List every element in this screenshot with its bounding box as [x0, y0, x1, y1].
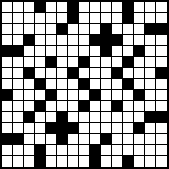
white-cell[interactable]	[68, 134, 79, 145]
white-cell[interactable]	[79, 35, 90, 46]
white-cell[interactable]	[156, 123, 167, 134]
black-square	[13, 46, 24, 57]
white-cell[interactable]	[35, 24, 46, 35]
black-square	[2, 46, 13, 57]
white-cell[interactable]	[13, 90, 24, 101]
white-cell[interactable]	[24, 123, 35, 134]
white-cell[interactable]	[112, 24, 123, 35]
white-cell[interactable]	[90, 101, 101, 112]
white-cell[interactable]	[46, 24, 57, 35]
white-cell[interactable]	[101, 123, 112, 134]
white-cell[interactable]	[79, 2, 90, 13]
black-square	[35, 156, 46, 167]
white-cell[interactable]	[68, 57, 79, 68]
black-square	[46, 123, 57, 134]
white-cell[interactable]	[13, 68, 24, 79]
white-cell[interactable]	[2, 13, 13, 24]
black-square	[68, 123, 79, 134]
white-cell[interactable]	[46, 68, 57, 79]
white-cell[interactable]	[112, 123, 123, 134]
white-cell[interactable]	[2, 79, 13, 90]
white-cell[interactable]	[112, 13, 123, 24]
black-square	[101, 24, 112, 35]
white-cell[interactable]	[2, 24, 13, 35]
white-cell[interactable]	[24, 46, 35, 57]
black-square	[90, 145, 101, 156]
white-cell[interactable]	[112, 134, 123, 145]
white-cell[interactable]	[112, 46, 123, 57]
white-cell[interactable]	[13, 123, 24, 134]
black-square	[79, 101, 90, 112]
white-cell[interactable]	[112, 90, 123, 101]
white-cell[interactable]	[2, 2, 13, 13]
white-cell[interactable]	[101, 156, 112, 167]
white-cell[interactable]	[46, 35, 57, 46]
black-square	[156, 68, 167, 79]
white-cell[interactable]	[35, 68, 46, 79]
white-cell[interactable]	[134, 101, 145, 112]
white-cell[interactable]	[101, 145, 112, 156]
white-cell[interactable]	[145, 134, 156, 145]
white-cell[interactable]	[145, 123, 156, 134]
white-cell[interactable]	[2, 68, 13, 79]
black-square	[134, 90, 145, 101]
white-cell[interactable]	[2, 112, 13, 123]
black-square	[2, 90, 13, 101]
black-square	[13, 134, 24, 145]
white-cell[interactable]	[35, 35, 46, 46]
white-cell[interactable]	[13, 24, 24, 35]
black-square	[101, 35, 112, 46]
white-cell[interactable]	[35, 134, 46, 145]
white-cell[interactable]	[68, 112, 79, 123]
black-square	[156, 112, 167, 123]
white-cell[interactable]	[156, 57, 167, 68]
white-cell[interactable]	[57, 2, 68, 13]
white-cell[interactable]	[156, 134, 167, 145]
white-cell[interactable]	[2, 57, 13, 68]
white-cell[interactable]	[123, 35, 134, 46]
white-cell[interactable]	[145, 35, 156, 46]
white-cell[interactable]	[2, 145, 13, 156]
black-square	[134, 123, 145, 134]
black-square	[35, 2, 46, 13]
white-cell[interactable]	[123, 90, 134, 101]
white-cell[interactable]	[35, 46, 46, 57]
white-cell[interactable]	[57, 101, 68, 112]
black-square	[24, 68, 35, 79]
white-cell[interactable]	[57, 68, 68, 79]
white-cell[interactable]	[134, 134, 145, 145]
white-cell[interactable]	[79, 46, 90, 57]
white-cell[interactable]	[156, 90, 167, 101]
white-cell[interactable]	[134, 68, 145, 79]
white-cell[interactable]	[79, 68, 90, 79]
white-cell[interactable]	[46, 134, 57, 145]
white-cell[interactable]	[24, 79, 35, 90]
white-cell[interactable]	[123, 24, 134, 35]
white-cell[interactable]	[123, 123, 134, 134]
white-cell[interactable]	[68, 79, 79, 90]
white-cell[interactable]	[156, 79, 167, 90]
black-square	[90, 35, 101, 46]
black-square	[57, 134, 68, 145]
white-cell[interactable]	[134, 2, 145, 13]
black-square	[123, 13, 134, 24]
white-cell[interactable]	[13, 2, 24, 13]
white-cell[interactable]	[145, 79, 156, 90]
crossword-grid	[0, 0, 169, 169]
white-cell[interactable]	[68, 35, 79, 46]
white-cell[interactable]	[57, 90, 68, 101]
white-cell[interactable]	[24, 57, 35, 68]
white-cell[interactable]	[90, 24, 101, 35]
white-cell[interactable]	[68, 24, 79, 35]
black-square	[68, 68, 79, 79]
white-cell[interactable]	[101, 112, 112, 123]
white-cell[interactable]	[123, 46, 134, 57]
black-square	[112, 101, 123, 112]
white-cell[interactable]	[13, 156, 24, 167]
white-cell[interactable]	[101, 68, 112, 79]
white-cell[interactable]	[145, 90, 156, 101]
white-cell[interactable]	[24, 2, 35, 13]
white-cell[interactable]	[101, 2, 112, 13]
white-cell[interactable]	[156, 46, 167, 57]
white-cell[interactable]	[156, 101, 167, 112]
white-cell[interactable]	[24, 24, 35, 35]
white-cell[interactable]	[101, 90, 112, 101]
white-cell[interactable]	[156, 2, 167, 13]
white-cell[interactable]	[156, 156, 167, 167]
white-cell[interactable]	[57, 79, 68, 90]
black-square	[112, 35, 123, 46]
white-cell[interactable]	[134, 57, 145, 68]
black-square	[24, 35, 35, 46]
white-cell[interactable]	[123, 112, 134, 123]
black-square	[90, 156, 101, 167]
black-square	[35, 101, 46, 112]
white-cell[interactable]	[112, 156, 123, 167]
white-cell[interactable]	[24, 156, 35, 167]
black-square	[35, 145, 46, 156]
black-square	[123, 57, 134, 68]
white-cell[interactable]	[90, 79, 101, 90]
white-cell[interactable]	[134, 79, 145, 90]
white-cell[interactable]	[57, 13, 68, 24]
black-square	[24, 112, 35, 123]
white-cell[interactable]	[57, 156, 68, 167]
white-cell[interactable]	[24, 90, 35, 101]
white-cell[interactable]	[123, 68, 134, 79]
white-cell[interactable]	[134, 24, 145, 35]
white-cell[interactable]	[46, 145, 57, 156]
black-square	[145, 112, 156, 123]
white-cell[interactable]	[57, 35, 68, 46]
white-cell[interactable]	[79, 24, 90, 35]
white-cell[interactable]	[145, 156, 156, 167]
white-cell[interactable]	[46, 112, 57, 123]
white-cell[interactable]	[112, 79, 123, 90]
white-cell[interactable]	[90, 57, 101, 68]
black-square	[35, 79, 46, 90]
black-square	[57, 123, 68, 134]
white-cell[interactable]	[79, 156, 90, 167]
white-cell[interactable]	[46, 101, 57, 112]
white-cell[interactable]	[145, 46, 156, 57]
black-square	[79, 57, 90, 68]
white-cell[interactable]	[79, 90, 90, 101]
white-cell[interactable]	[2, 35, 13, 46]
white-cell[interactable]	[68, 46, 79, 57]
white-cell[interactable]	[101, 13, 112, 24]
black-square	[134, 46, 145, 57]
white-cell[interactable]	[2, 156, 13, 167]
black-square	[156, 24, 167, 35]
white-cell[interactable]	[2, 123, 13, 134]
black-square	[2, 134, 13, 145]
black-square	[112, 68, 123, 79]
white-cell[interactable]	[24, 145, 35, 156]
white-cell[interactable]	[13, 35, 24, 46]
black-square	[46, 90, 57, 101]
white-cell[interactable]	[112, 57, 123, 68]
white-cell[interactable]	[35, 90, 46, 101]
white-cell[interactable]	[123, 145, 134, 156]
white-cell[interactable]	[79, 145, 90, 156]
white-cell[interactable]	[90, 123, 101, 134]
white-cell[interactable]	[90, 134, 101, 145]
white-cell[interactable]	[90, 46, 101, 57]
black-square	[101, 134, 112, 145]
crossword-page	[0, 0, 169, 169]
white-cell[interactable]	[112, 2, 123, 13]
white-cell[interactable]	[134, 112, 145, 123]
white-cell[interactable]	[90, 2, 101, 13]
white-cell[interactable]	[35, 123, 46, 134]
white-cell[interactable]	[134, 35, 145, 46]
white-cell[interactable]	[13, 101, 24, 112]
white-cell[interactable]	[24, 101, 35, 112]
white-cell[interactable]	[68, 145, 79, 156]
white-cell[interactable]	[145, 145, 156, 156]
white-cell[interactable]	[79, 123, 90, 134]
white-cell[interactable]	[101, 57, 112, 68]
white-cell[interactable]	[2, 101, 13, 112]
white-cell[interactable]	[46, 156, 57, 167]
white-cell[interactable]	[134, 13, 145, 24]
black-square	[68, 13, 79, 24]
white-cell[interactable]	[145, 57, 156, 68]
black-square	[79, 79, 90, 90]
white-cell[interactable]	[46, 2, 57, 13]
white-cell[interactable]	[79, 112, 90, 123]
black-square	[57, 112, 68, 123]
white-cell[interactable]	[145, 68, 156, 79]
black-square	[101, 46, 112, 57]
white-cell[interactable]	[90, 68, 101, 79]
white-cell[interactable]	[13, 13, 24, 24]
white-cell[interactable]	[35, 57, 46, 68]
white-cell[interactable]	[112, 112, 123, 123]
white-cell[interactable]	[145, 101, 156, 112]
white-cell[interactable]	[24, 134, 35, 145]
black-square	[123, 2, 134, 13]
white-cell[interactable]	[46, 79, 57, 90]
white-cell[interactable]	[68, 101, 79, 112]
white-cell[interactable]	[24, 13, 35, 24]
black-square	[46, 57, 57, 68]
black-square	[123, 79, 134, 90]
white-cell[interactable]	[46, 13, 57, 24]
white-cell[interactable]	[112, 145, 123, 156]
white-cell[interactable]	[156, 13, 167, 24]
white-cell[interactable]	[79, 134, 90, 145]
white-cell[interactable]	[145, 13, 156, 24]
white-cell[interactable]	[57, 57, 68, 68]
white-cell[interactable]	[68, 90, 79, 101]
black-square	[57, 24, 68, 35]
white-cell[interactable]	[145, 2, 156, 13]
white-cell[interactable]	[35, 112, 46, 123]
white-cell[interactable]	[156, 145, 167, 156]
white-cell[interactable]	[90, 13, 101, 24]
white-cell[interactable]	[57, 145, 68, 156]
white-cell[interactable]	[101, 79, 112, 90]
white-cell[interactable]	[35, 13, 46, 24]
white-cell[interactable]	[134, 145, 145, 156]
black-square	[90, 90, 101, 101]
white-cell[interactable]	[57, 46, 68, 57]
white-cell[interactable]	[13, 112, 24, 123]
white-cell[interactable]	[46, 46, 57, 57]
white-cell[interactable]	[123, 134, 134, 145]
black-square	[68, 2, 79, 13]
white-cell[interactable]	[13, 145, 24, 156]
white-cell[interactable]	[90, 112, 101, 123]
white-cell[interactable]	[13, 79, 24, 90]
white-cell[interactable]	[68, 156, 79, 167]
white-cell[interactable]	[123, 101, 134, 112]
white-cell[interactable]	[101, 101, 112, 112]
black-square	[145, 24, 156, 35]
black-square	[123, 156, 134, 167]
white-cell[interactable]	[13, 57, 24, 68]
white-cell[interactable]	[134, 156, 145, 167]
white-cell[interactable]	[156, 35, 167, 46]
white-cell[interactable]	[79, 13, 90, 24]
